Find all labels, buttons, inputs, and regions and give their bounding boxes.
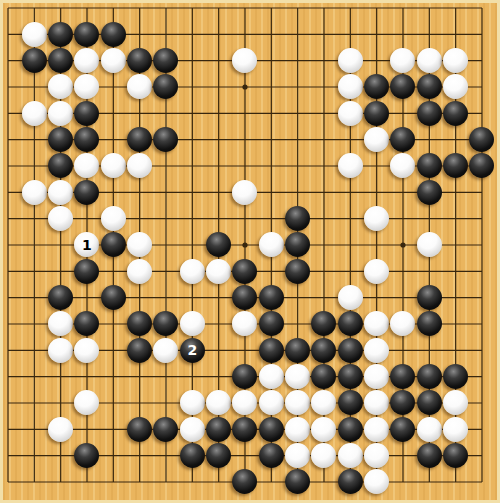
stone-black[interactable]: [338, 417, 363, 442]
stone-white[interactable]: [338, 443, 363, 468]
star-point: [242, 242, 247, 247]
stone-black[interactable]: [259, 443, 284, 468]
stone-white[interactable]: [417, 48, 442, 73]
stone-white[interactable]: [180, 259, 205, 284]
stone-black[interactable]: [417, 364, 442, 389]
stone-white[interactable]: [127, 259, 152, 284]
stone-black[interactable]: [259, 338, 284, 363]
stone-black[interactable]: [338, 364, 363, 389]
stone-white[interactable]: [259, 364, 284, 389]
stone-black[interactable]: [443, 101, 468, 126]
move-number-label: 2: [187, 343, 197, 357]
go-board: 12: [0, 0, 500, 503]
stone-white[interactable]: [338, 285, 363, 310]
stone-black[interactable]: [101, 285, 126, 310]
stone-white[interactable]: [22, 22, 47, 47]
stone-black[interactable]: [417, 285, 442, 310]
stone-black[interactable]: [338, 338, 363, 363]
stone-black[interactable]: [417, 101, 442, 126]
stone-black[interactable]: [285, 259, 310, 284]
stone-black[interactable]: [127, 417, 152, 442]
stone-white[interactable]: [101, 48, 126, 73]
stone-white[interactable]: [101, 206, 126, 231]
stone-black[interactable]: [417, 443, 442, 468]
stone-white[interactable]: [48, 180, 73, 205]
stone-white[interactable]: [364, 417, 389, 442]
stone-white[interactable]: [285, 417, 310, 442]
stone-white[interactable]: [180, 417, 205, 442]
stone-black[interactable]: [259, 417, 284, 442]
stone-white[interactable]: [48, 338, 73, 363]
stone-black[interactable]: [127, 338, 152, 363]
stone-white[interactable]: [338, 101, 363, 126]
stone-white[interactable]: [22, 101, 47, 126]
stone-black[interactable]: [206, 417, 231, 442]
stone-white[interactable]: [364, 259, 389, 284]
star-point: [400, 242, 405, 247]
stone-black[interactable]: [259, 285, 284, 310]
star-point: [242, 84, 247, 89]
stone-black[interactable]: [364, 101, 389, 126]
stone-white[interactable]: [338, 48, 363, 73]
stone-black[interactable]: [101, 22, 126, 47]
stone-white[interactable]: [48, 101, 73, 126]
stone-black[interactable]: [22, 48, 47, 73]
stone-white[interactable]: [443, 417, 468, 442]
move-2-stone-black[interactable]: 2: [180, 338, 205, 363]
stone-white[interactable]: [364, 338, 389, 363]
move-number-label: 1: [82, 238, 92, 252]
stone-black[interactable]: [48, 22, 73, 47]
stone-black[interactable]: [180, 443, 205, 468]
stone-white[interactable]: [417, 417, 442, 442]
stone-black[interactable]: [417, 180, 442, 205]
stone-white[interactable]: [22, 180, 47, 205]
stone-black[interactable]: [285, 338, 310, 363]
stone-white[interactable]: [48, 417, 73, 442]
stone-white[interactable]: [206, 259, 231, 284]
